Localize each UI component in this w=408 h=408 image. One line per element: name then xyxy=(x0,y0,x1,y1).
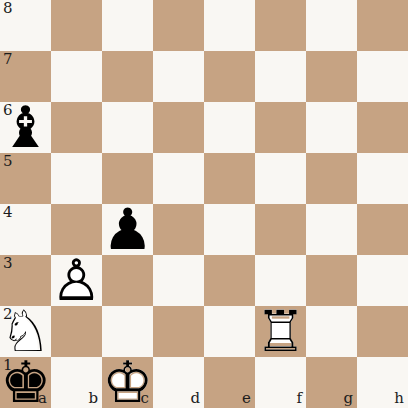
rank-label-6: 6 xyxy=(3,103,13,119)
square-b6[interactable] xyxy=(51,102,102,153)
square-f8[interactable] xyxy=(255,0,306,51)
square-h4[interactable] xyxy=(357,204,408,255)
square-d7[interactable] xyxy=(153,51,204,102)
square-f4[interactable] xyxy=(255,204,306,255)
square-h6[interactable] xyxy=(357,102,408,153)
square-f3[interactable] xyxy=(255,255,306,306)
piece-outline-layer: ♙ xyxy=(51,255,102,306)
rank-label-1: 1 xyxy=(3,358,13,374)
piece-fill-layer: ♚ xyxy=(0,357,51,408)
piece-outline-layer: ♘ xyxy=(0,306,51,357)
square-b5[interactable] xyxy=(51,153,102,204)
file-label-g: g xyxy=(343,391,353,407)
square-f1[interactable]: f xyxy=(255,357,306,408)
square-d1[interactable]: d xyxy=(153,357,204,408)
square-e8[interactable] xyxy=(204,0,255,51)
square-d4[interactable] xyxy=(153,204,204,255)
square-b2[interactable] xyxy=(51,306,102,357)
square-a1[interactable]: 1a♚ xyxy=(0,357,51,408)
chess-diagram: 876♝54♟3♟♙2♞♘♜♖1a♚bc♚♔defgh xyxy=(0,0,408,408)
square-b8[interactable] xyxy=(51,0,102,51)
square-b1[interactable]: b xyxy=(51,357,102,408)
square-g3[interactable] xyxy=(306,255,357,306)
square-c6[interactable] xyxy=(102,102,153,153)
piece-black-king[interactable]: ♚ xyxy=(0,357,51,408)
square-d6[interactable] xyxy=(153,102,204,153)
file-label-e: e xyxy=(242,391,251,407)
square-e3[interactable] xyxy=(204,255,255,306)
square-g7[interactable] xyxy=(306,51,357,102)
file-label-f: f xyxy=(296,391,302,407)
square-g8[interactable] xyxy=(306,0,357,51)
file-label-b: b xyxy=(88,391,98,407)
square-c1[interactable]: c♚♔ xyxy=(102,357,153,408)
piece-fill-layer: ♝ xyxy=(0,102,51,153)
rank-label-4: 4 xyxy=(3,205,13,221)
piece-black-pawn[interactable]: ♟ xyxy=(102,204,153,255)
square-d8[interactable] xyxy=(153,0,204,51)
square-c7[interactable] xyxy=(102,51,153,102)
square-a3[interactable]: 3 xyxy=(0,255,51,306)
piece-white-pawn[interactable]: ♟♙ xyxy=(51,255,102,306)
file-label-h: h xyxy=(394,391,404,407)
piece-black-bishop[interactable]: ♝ xyxy=(0,102,51,153)
square-a4[interactable]: 4 xyxy=(0,204,51,255)
square-d5[interactable] xyxy=(153,153,204,204)
piece-white-rook[interactable]: ♜♖ xyxy=(255,306,306,357)
square-f7[interactable] xyxy=(255,51,306,102)
square-e6[interactable] xyxy=(204,102,255,153)
square-e2[interactable] xyxy=(204,306,255,357)
rank-label-5: 5 xyxy=(3,154,13,170)
square-c2[interactable] xyxy=(102,306,153,357)
square-h7[interactable] xyxy=(357,51,408,102)
piece-fill-layer: ♞ xyxy=(0,306,51,357)
square-g1[interactable]: g xyxy=(306,357,357,408)
square-f2[interactable]: ♜♖ xyxy=(255,306,306,357)
square-g5[interactable] xyxy=(306,153,357,204)
rank-label-7: 7 xyxy=(3,52,13,68)
piece-outline-layer: ♔ xyxy=(102,357,153,408)
square-h5[interactable] xyxy=(357,153,408,204)
rank-label-2: 2 xyxy=(3,307,13,323)
piece-fill-layer: ♜ xyxy=(255,306,306,357)
square-h3[interactable] xyxy=(357,255,408,306)
square-b3[interactable]: ♟♙ xyxy=(51,255,102,306)
square-g2[interactable] xyxy=(306,306,357,357)
square-a2[interactable]: 2♞♘ xyxy=(0,306,51,357)
square-e4[interactable] xyxy=(204,204,255,255)
square-h2[interactable] xyxy=(357,306,408,357)
square-c3[interactable] xyxy=(102,255,153,306)
square-g4[interactable] xyxy=(306,204,357,255)
chess-board: 876♝54♟3♟♙2♞♘♜♖1a♚bc♚♔defgh xyxy=(0,0,408,408)
square-a7[interactable]: 7 xyxy=(0,51,51,102)
piece-fill-layer: ♚ xyxy=(102,357,153,408)
piece-outline-layer: ♖ xyxy=(255,306,306,357)
square-c8[interactable] xyxy=(102,0,153,51)
square-h8[interactable] xyxy=(357,0,408,51)
square-c5[interactable] xyxy=(102,153,153,204)
piece-white-knight[interactable]: ♞♘ xyxy=(0,306,51,357)
square-f6[interactable] xyxy=(255,102,306,153)
rank-label-8: 8 xyxy=(3,1,13,17)
piece-fill-layer: ♟ xyxy=(102,204,153,255)
file-label-d: d xyxy=(190,391,200,407)
square-e7[interactable] xyxy=(204,51,255,102)
rank-label-3: 3 xyxy=(3,256,13,272)
square-a8[interactable]: 8 xyxy=(0,0,51,51)
piece-white-king[interactable]: ♚♔ xyxy=(102,357,153,408)
file-label-a: a xyxy=(38,391,47,407)
square-f5[interactable] xyxy=(255,153,306,204)
square-h1[interactable]: h xyxy=(357,357,408,408)
square-e1[interactable]: e xyxy=(204,357,255,408)
square-d3[interactable] xyxy=(153,255,204,306)
piece-fill-layer: ♟ xyxy=(51,255,102,306)
square-g6[interactable] xyxy=(306,102,357,153)
file-label-c: c xyxy=(141,391,149,407)
square-b4[interactable] xyxy=(51,204,102,255)
square-d2[interactable] xyxy=(153,306,204,357)
square-c4[interactable]: ♟ xyxy=(102,204,153,255)
square-e5[interactable] xyxy=(204,153,255,204)
square-b7[interactable] xyxy=(51,51,102,102)
square-a6[interactable]: 6♝ xyxy=(0,102,51,153)
square-a5[interactable]: 5 xyxy=(0,153,51,204)
